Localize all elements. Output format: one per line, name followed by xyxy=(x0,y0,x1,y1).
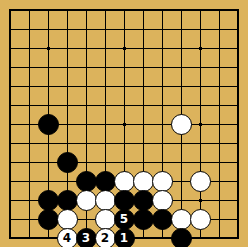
intersection-i1[interactable] xyxy=(153,1,172,20)
intersection-l10[interactable] xyxy=(210,172,229,191)
intersection-k9[interactable] xyxy=(191,153,210,172)
intersection-i2[interactable] xyxy=(153,20,172,39)
intersection-h4[interactable] xyxy=(134,58,153,77)
intersection-d2[interactable] xyxy=(58,20,77,39)
intersection-f11 xyxy=(96,191,115,210)
intersection-l4[interactable] xyxy=(210,58,229,77)
move-number-label: 2 xyxy=(101,232,109,244)
intersection-i5[interactable] xyxy=(153,77,172,96)
intersection-b4[interactable] xyxy=(20,58,39,77)
intersection-d5[interactable] xyxy=(58,77,77,96)
intersection-b3[interactable] xyxy=(20,39,39,58)
intersection-c7 xyxy=(39,115,58,134)
intersection-i6[interactable] xyxy=(153,96,172,115)
intersection-e11 xyxy=(77,191,96,210)
intersection-e10 xyxy=(77,172,96,191)
intersection-i13[interactable] xyxy=(153,229,172,247)
move-number-label: 3 xyxy=(82,232,90,244)
intersection-f7[interactable] xyxy=(96,115,115,134)
intersection-g13: 1 xyxy=(115,229,134,247)
intersection-j2[interactable] xyxy=(172,20,191,39)
white-stone xyxy=(152,171,173,192)
intersection-e4[interactable] xyxy=(77,58,96,77)
black-stone xyxy=(171,228,192,247)
intersection-l6[interactable] xyxy=(210,96,229,115)
intersection-e12[interactable] xyxy=(77,210,96,229)
intersection-g8[interactable] xyxy=(115,134,134,153)
intersection-h6[interactable] xyxy=(134,96,153,115)
intersection-a8[interactable] xyxy=(1,134,20,153)
intersection-k7[interactable] xyxy=(191,115,210,134)
intersection-m11[interactable] xyxy=(229,191,248,210)
intersection-j10[interactable] xyxy=(172,172,191,191)
intersection-b13[interactable] xyxy=(20,229,39,247)
intersection-a1[interactable] xyxy=(1,1,20,20)
intersection-c5[interactable] xyxy=(39,77,58,96)
intersection-d8[interactable] xyxy=(58,134,77,153)
intersection-m3[interactable] xyxy=(229,39,248,58)
intersection-i12 xyxy=(153,210,172,229)
white-stone xyxy=(76,190,97,211)
white-stone xyxy=(95,209,116,230)
intersection-m10[interactable] xyxy=(229,172,248,191)
intersection-g3[interactable] xyxy=(115,39,134,58)
intersection-d1[interactable] xyxy=(58,1,77,20)
intersection-m12[interactable] xyxy=(229,210,248,229)
intersection-f9[interactable] xyxy=(96,153,115,172)
intersection-d13: 4 xyxy=(58,229,77,247)
intersection-k1[interactable] xyxy=(191,1,210,20)
intersection-e9[interactable] xyxy=(77,153,96,172)
intersection-h3[interactable] xyxy=(134,39,153,58)
intersection-e3[interactable] xyxy=(77,39,96,58)
intersection-d11 xyxy=(58,191,77,210)
intersection-h13[interactable] xyxy=(134,229,153,247)
intersection-f4[interactable] xyxy=(96,58,115,77)
intersection-j5[interactable] xyxy=(172,77,191,96)
white-stone xyxy=(95,190,116,211)
intersection-a4[interactable] xyxy=(1,58,20,77)
intersection-l5[interactable] xyxy=(210,77,229,96)
intersection-e13: 3 xyxy=(77,229,96,247)
black-stone-move-5: 5 xyxy=(114,209,135,230)
intersection-e8[interactable] xyxy=(77,134,96,153)
intersection-b9[interactable] xyxy=(20,153,39,172)
intersection-i7[interactable] xyxy=(153,115,172,134)
black-stone xyxy=(76,171,97,192)
intersection-m13[interactable] xyxy=(229,229,248,247)
intersection-g11 xyxy=(115,191,134,210)
intersection-m7[interactable] xyxy=(229,115,248,134)
intersection-m8[interactable] xyxy=(229,134,248,153)
intersection-l7[interactable] xyxy=(210,115,229,134)
black-stone xyxy=(57,152,78,173)
intersection-f6[interactable] xyxy=(96,96,115,115)
intersection-j9[interactable] xyxy=(172,153,191,172)
black-stone xyxy=(95,171,116,192)
intersection-c12 xyxy=(39,210,58,229)
black-stone xyxy=(133,209,154,230)
intersection-g12: 5 xyxy=(115,210,134,229)
black-stone-move-3: 3 xyxy=(76,228,97,247)
intersection-g7[interactable] xyxy=(115,115,134,134)
intersection-h5[interactable] xyxy=(134,77,153,96)
intersection-a9[interactable] xyxy=(1,153,20,172)
intersection-a3[interactable] xyxy=(1,39,20,58)
intersection-i10 xyxy=(153,172,172,191)
intersection-f8[interactable] xyxy=(96,134,115,153)
intersection-a2[interactable] xyxy=(1,20,20,39)
intersection-i8[interactable] xyxy=(153,134,172,153)
intersection-d3[interactable] xyxy=(58,39,77,58)
intersection-a5[interactable] xyxy=(1,77,20,96)
intersection-c4[interactable] xyxy=(39,58,58,77)
intersection-f12 xyxy=(96,210,115,229)
intersection-i11 xyxy=(153,191,172,210)
intersection-c8[interactable] xyxy=(39,134,58,153)
intersection-k2[interactable] xyxy=(191,20,210,39)
white-stone-move-4: 4 xyxy=(57,228,78,247)
intersection-d7[interactable] xyxy=(58,115,77,134)
intersection-f10 xyxy=(96,172,115,191)
intersection-e7[interactable] xyxy=(77,115,96,134)
intersection-h7[interactable] xyxy=(134,115,153,134)
white-stone xyxy=(152,190,173,211)
intersection-c1[interactable] xyxy=(39,1,58,20)
white-stone-move-2: 2 xyxy=(95,228,116,247)
intersection-h1[interactable] xyxy=(134,1,153,20)
intersection-l9[interactable] xyxy=(210,153,229,172)
intersection-k5[interactable] xyxy=(191,77,210,96)
intersection-j6[interactable] xyxy=(172,96,191,115)
intersection-g2[interactable] xyxy=(115,20,134,39)
intersection-h9[interactable] xyxy=(134,153,153,172)
intersection-h2[interactable] xyxy=(134,20,153,39)
intersection-k10 xyxy=(191,172,210,191)
intersection-a7[interactable] xyxy=(1,115,20,134)
black-stone xyxy=(38,114,59,135)
intersection-j12 xyxy=(172,210,191,229)
intersection-j1[interactable] xyxy=(172,1,191,20)
intersection-l8[interactable] xyxy=(210,134,229,153)
intersection-c2[interactable] xyxy=(39,20,58,39)
black-stone xyxy=(114,190,135,211)
white-stone xyxy=(133,171,154,192)
intersection-b2[interactable] xyxy=(20,20,39,39)
intersection-m5[interactable] xyxy=(229,77,248,96)
intersection-b6[interactable] xyxy=(20,96,39,115)
black-stone-move-1: 1 xyxy=(114,228,135,247)
intersection-k11[interactable] xyxy=(191,191,210,210)
intersection-j8[interactable] xyxy=(172,134,191,153)
intersection-d4[interactable] xyxy=(58,58,77,77)
intersection-l13[interactable] xyxy=(210,229,229,247)
intersection-m2[interactable] xyxy=(229,20,248,39)
intersection-g1[interactable] xyxy=(115,1,134,20)
intersection-l1[interactable] xyxy=(210,1,229,20)
intersection-c6[interactable] xyxy=(39,96,58,115)
white-stone xyxy=(190,209,211,230)
intersection-e5[interactable] xyxy=(77,77,96,96)
intersection-h10 xyxy=(134,172,153,191)
intersection-d12 xyxy=(58,210,77,229)
intersection-c13[interactable] xyxy=(39,229,58,247)
intersection-k12 xyxy=(191,210,210,229)
intersection-g5[interactable] xyxy=(115,77,134,96)
intersection-g6[interactable] xyxy=(115,96,134,115)
intersection-h12 xyxy=(134,210,153,229)
move-number-label: 4 xyxy=(63,232,71,244)
white-stone xyxy=(190,171,211,192)
intersection-m4[interactable] xyxy=(229,58,248,77)
intersection-l12[interactable] xyxy=(210,210,229,229)
intersection-k6[interactable] xyxy=(191,96,210,115)
intersection-g9[interactable] xyxy=(115,153,134,172)
intersection-a11[interactable] xyxy=(1,191,20,210)
intersection-m9[interactable] xyxy=(229,153,248,172)
intersection-a6[interactable] xyxy=(1,96,20,115)
intersection-c11 xyxy=(39,191,58,210)
intersection-c3[interactable] xyxy=(39,39,58,58)
white-stone xyxy=(171,114,192,135)
board-intersections: 54321 xyxy=(1,1,248,247)
intersection-m6[interactable] xyxy=(229,96,248,115)
go-board: 54321 xyxy=(0,0,247,247)
intersection-d9 xyxy=(58,153,77,172)
intersection-a13[interactable] xyxy=(1,229,20,247)
intersection-i9[interactable] xyxy=(153,153,172,172)
intersection-j11[interactable] xyxy=(172,191,191,210)
intersection-a12[interactable] xyxy=(1,210,20,229)
intersection-j7 xyxy=(172,115,191,134)
intersection-j4[interactable] xyxy=(172,58,191,77)
intersection-m1[interactable] xyxy=(229,1,248,20)
intersection-g4[interactable] xyxy=(115,58,134,77)
intersection-c9[interactable] xyxy=(39,153,58,172)
intersection-i4[interactable] xyxy=(153,58,172,77)
intersection-k4[interactable] xyxy=(191,58,210,77)
intersection-b5[interactable] xyxy=(20,77,39,96)
black-stone xyxy=(38,209,59,230)
intersection-b1[interactable] xyxy=(20,1,39,20)
intersection-b11[interactable] xyxy=(20,191,39,210)
white-stone xyxy=(171,209,192,230)
intersection-d10[interactable] xyxy=(58,172,77,191)
move-number-label: 1 xyxy=(120,232,128,244)
intersection-d6[interactable] xyxy=(58,96,77,115)
intersection-k13[interactable] xyxy=(191,229,210,247)
intersection-f1[interactable] xyxy=(96,1,115,20)
intersection-j13 xyxy=(172,229,191,247)
white-stone xyxy=(57,209,78,230)
black-stone xyxy=(133,190,154,211)
intersection-b8[interactable] xyxy=(20,134,39,153)
black-stone xyxy=(38,190,59,211)
intersection-h11 xyxy=(134,191,153,210)
intersection-l2[interactable] xyxy=(210,20,229,39)
intersection-e2[interactable] xyxy=(77,20,96,39)
intersection-a10[interactable] xyxy=(1,172,20,191)
intersection-k8[interactable] xyxy=(191,134,210,153)
intersection-k3[interactable] xyxy=(191,39,210,58)
intersection-l11[interactable] xyxy=(210,191,229,210)
move-number-label: 5 xyxy=(120,213,128,225)
intersection-e1[interactable] xyxy=(77,1,96,20)
white-stone xyxy=(114,171,135,192)
intersection-f3[interactable] xyxy=(96,39,115,58)
intersection-f5[interactable] xyxy=(96,77,115,96)
intersection-b12[interactable] xyxy=(20,210,39,229)
intersection-f2[interactable] xyxy=(96,20,115,39)
intersection-f13: 2 xyxy=(96,229,115,247)
intersection-g10 xyxy=(115,172,134,191)
black-stone xyxy=(152,209,173,230)
intersection-b7[interactable] xyxy=(20,115,39,134)
intersection-j3[interactable] xyxy=(172,39,191,58)
black-stone xyxy=(57,190,78,211)
intersection-c10[interactable] xyxy=(39,172,58,191)
intersection-h8[interactable] xyxy=(134,134,153,153)
intersection-b10[interactable] xyxy=(20,172,39,191)
intersection-i3[interactable] xyxy=(153,39,172,58)
intersection-l3[interactable] xyxy=(210,39,229,58)
intersection-e6[interactable] xyxy=(77,96,96,115)
